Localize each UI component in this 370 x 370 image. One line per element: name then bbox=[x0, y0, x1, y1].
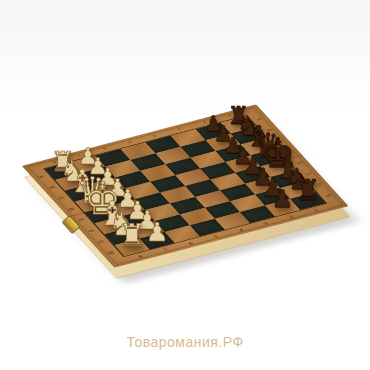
product-photo: ABCDEFGH ABCDEFGH 87654321 87654321 ♜♟♟♜… bbox=[0, 0, 370, 370]
watermark-text: Товаромания.РФ bbox=[0, 334, 370, 350]
chess-board: ABCDEFGH ABCDEFGH 87654321 87654321 bbox=[22, 104, 348, 267]
